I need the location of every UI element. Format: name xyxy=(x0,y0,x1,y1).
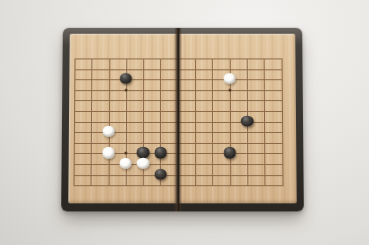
white-stone xyxy=(102,126,115,137)
star-point xyxy=(228,88,231,91)
white-stone xyxy=(223,73,236,84)
white-stone xyxy=(102,147,115,158)
go-board xyxy=(61,28,304,212)
black-stone xyxy=(120,73,133,84)
board-hinge xyxy=(174,28,182,212)
black-stone xyxy=(223,147,236,158)
white-stone xyxy=(137,158,150,169)
star-point xyxy=(125,88,128,91)
white-stone xyxy=(119,158,132,169)
star-point xyxy=(124,152,127,155)
black-stone xyxy=(154,147,167,158)
black-stone xyxy=(137,147,150,158)
photo-backdrop xyxy=(0,0,369,245)
black-stone xyxy=(154,168,167,179)
black-stone xyxy=(241,115,254,126)
